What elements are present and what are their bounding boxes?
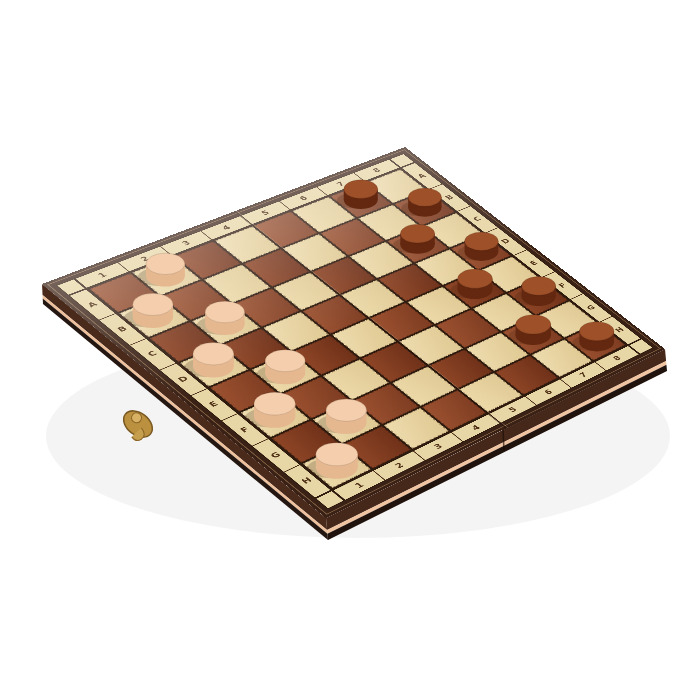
side-fold-seam [503, 429, 504, 451]
product-photo-scene: 12345678 12345678 ABCDEFGH ABCDEFGH [0, 0, 700, 700]
